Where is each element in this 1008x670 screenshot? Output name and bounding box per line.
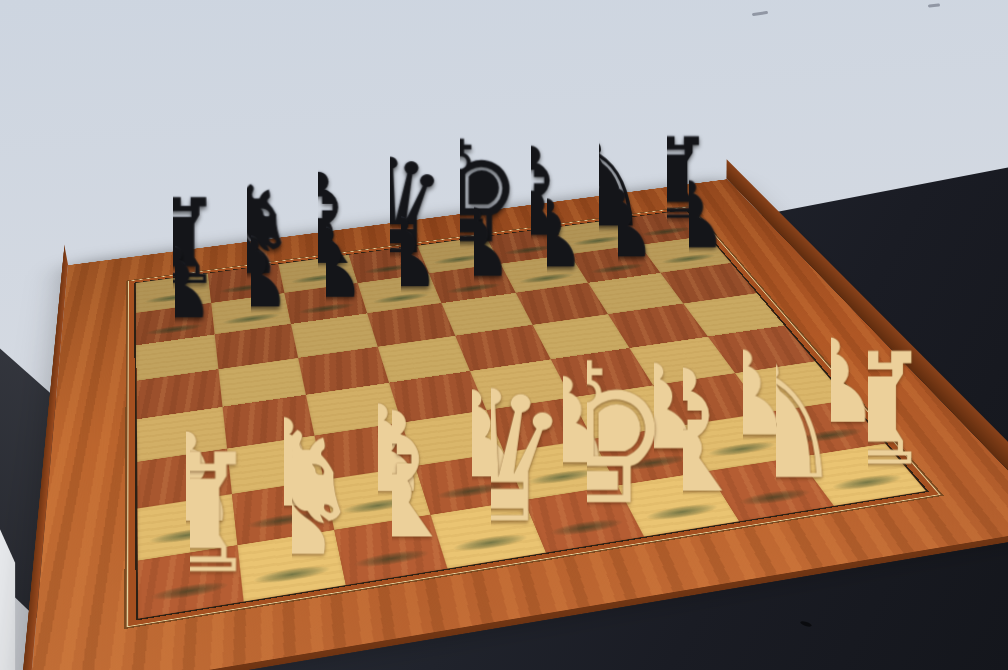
chess-board-wrapper: ♜♞♝♛♚♝♞♜♟♟♟♟♟♟♟♟♟♟♟♟♟♟♟♟♜♞♝♛♚♝♞♜: [0, 0, 1008, 670]
square-a1[interactable]: ♜: [138, 545, 243, 619]
board-frame: ♜♞♝♛♚♝♞♜♟♟♟♟♟♟♟♟♟♟♟♟♟♟♟♟♜♞♝♛♚♝♞♜: [29, 179, 1008, 670]
chess-board: ♜♞♝♛♚♝♞♜♟♟♟♟♟♟♟♟♟♟♟♟♟♟♟♟♜♞♝♛♚♝♞♜: [29, 179, 1008, 670]
square-d7[interactable]: ♟: [357, 273, 441, 313]
board-edge-left: [22, 245, 68, 670]
photo-scene: ♜♞♝♛♚♝♞♜♟♟♟♟♟♟♟♟♟♟♟♟♟♟♟♟♜♞♝♛♚♝♞♜: [0, 0, 1008, 670]
playing-area: ♜♞♝♛♚♝♞♜♟♟♟♟♟♟♟♟♟♟♟♟♟♟♟♟♜♞♝♛♚♝♞♜: [134, 209, 929, 620]
